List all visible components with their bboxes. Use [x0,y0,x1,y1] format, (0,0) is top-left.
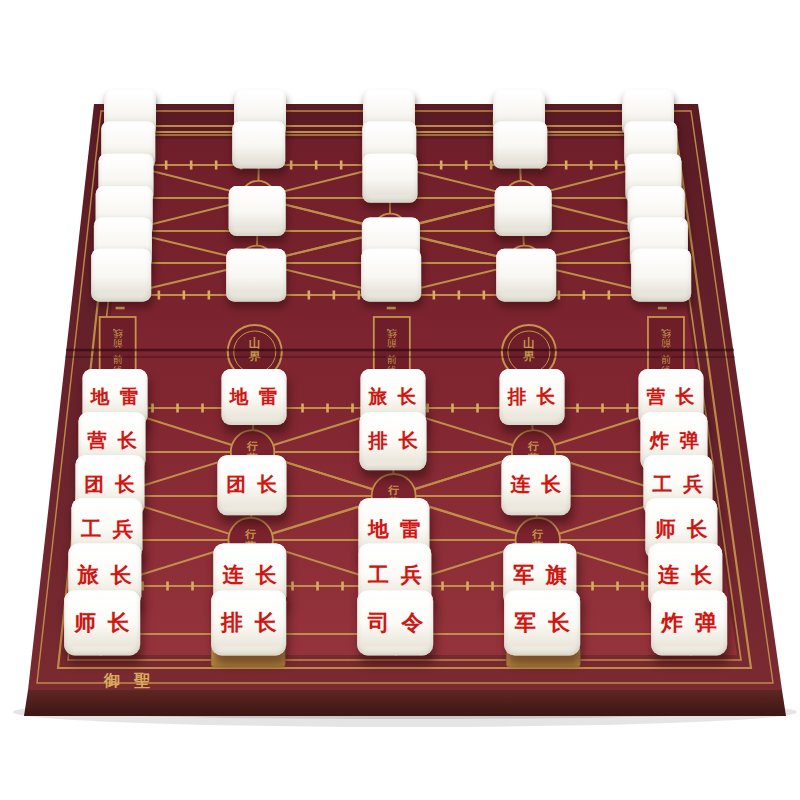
face-down-tile[interactable] [226,249,286,302]
piece-tile[interactable]: 司令 [358,590,434,655]
piece-tile[interactable]: 师长 [64,590,140,655]
front-line-label-far: 前线 [661,328,671,350]
face-down-tile[interactable] [232,121,286,168]
face-down-tile[interactable] [631,249,691,302]
front-line-label-far: 前线 [387,328,397,350]
brand-text: 御聖 [103,671,164,690]
piece-tile[interactable]: 炸弹 [651,590,727,655]
face-down-tile[interactable] [495,186,552,236]
front-line-label-far: 前线 [113,328,123,350]
face-down-tile[interactable] [229,186,286,236]
face-down-tile[interactable] [362,154,417,203]
piece-tile[interactable]: 排长 [499,369,564,425]
piece-tile[interactable]: 连长 [501,455,570,515]
piece-tile[interactable]: 团长 [217,455,286,515]
piece-tile[interactable]: 地雷 [221,369,286,425]
piece-tile[interactable]: 军长 [504,590,580,655]
face-down-tile[interactable] [361,249,421,302]
piece-tile[interactable]: 排长 [360,412,427,470]
board-side-face [24,690,786,716]
face-down-tile[interactable] [493,121,547,168]
face-down-tile[interactable] [496,249,556,302]
product-photo: 行营行营行营行营行营行营行营行营行营行营前线前线前线前线前线前线山界山界御聖 地… [0,0,800,800]
piece-tile[interactable]: 排长 [211,590,287,655]
face-down-tile[interactable] [91,249,151,302]
